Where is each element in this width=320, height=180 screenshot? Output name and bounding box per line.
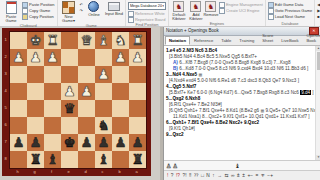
notation-scrollbar[interactable]: ▲ ▼ bbox=[315, 46, 320, 160]
white-pawn-icon: ♙ bbox=[172, 162, 177, 170]
white-knight: ♞ bbox=[114, 32, 126, 49]
scroll-up-icon[interactable]: ▲ bbox=[316, 46, 320, 51]
chessbase-window: Paste Game Paste Position Copy Game Copy… bbox=[0, 0, 320, 180]
square-a7[interactable]: ♟ bbox=[129, 134, 146, 151]
undo-icon: ↶ bbox=[80, 3, 83, 7]
rank-label-6: 6 bbox=[2, 116, 9, 133]
ribbon-toolbar: Paste Game Paste Position Copy Game Copy… bbox=[0, 0, 320, 27]
file-label-e: e bbox=[60, 169, 77, 175]
ribbon-group-game: New Game▾ ↶ ↷ Online Input Bind Game bbox=[58, 0, 126, 26]
next-game-icon bbox=[268, 14, 274, 20]
reference-white-option[interactable]: Reference White bbox=[128, 11, 166, 16]
tab-notation[interactable]: Notation bbox=[165, 36, 190, 45]
globe-icon bbox=[88, 1, 99, 12]
notation-pane: Notation + Openings Book ✕ NotationRefer… bbox=[163, 27, 320, 180]
edit-game-data-button[interactable]: Edit Game Data bbox=[268, 2, 312, 7]
online-button[interactable]: Online bbox=[85, 1, 103, 17]
redo-icon: ↷ bbox=[80, 9, 83, 13]
annotation-symbol-toolbar: !?!??!‼⁇□N↑→⇆∞⩲±+−=∓−+ bbox=[164, 170, 320, 180]
square-d5[interactable] bbox=[78, 100, 95, 117]
black-knight: ♞ bbox=[97, 117, 109, 134]
move-text[interactable]: 6...Kf8 7.Bxg8 (7.0-0 Qxe5 8.Bxg8 Kxg8 9… bbox=[178, 60, 291, 65]
white-pawn: ♟ bbox=[12, 49, 24, 66]
remove-kibitzer-button[interactable]: ♞ Remove bbox=[205, 1, 217, 17]
black-bishop: ♝ bbox=[97, 151, 109, 168]
black-pawn: ♟ bbox=[80, 134, 92, 151]
rank-label-2: 2 bbox=[2, 48, 9, 65]
file-label-a: a bbox=[128, 169, 145, 175]
white-rook: ♜ bbox=[46, 32, 58, 49]
square-e7[interactable]: ♚ bbox=[61, 134, 78, 151]
move-text[interactable]: 9.Qe5+ Qe7 10.Nxe5 Nxc2+ bbox=[264, 108, 316, 113]
tab-table[interactable]: Table bbox=[217, 36, 235, 45]
white-pawn-icon: ♙ bbox=[166, 162, 171, 170]
square-f7[interactable] bbox=[44, 134, 61, 151]
black-pawn: ♟ bbox=[114, 134, 126, 151]
database-group-label: Database bbox=[268, 21, 312, 26]
white-bishop: ♝ bbox=[97, 32, 109, 49]
diagram-marker-icon: ▦ bbox=[198, 72, 202, 77]
move-text[interactable]: [4.Nxd4 exd4 5.0-0 Nf6 6.Re1 d6 7.c3 dxc… bbox=[169, 78, 299, 83]
tab-openings-book[interactable]: Openings Book bbox=[303, 31, 320, 45]
tab-livebook[interactable]: LiveBook bbox=[277, 36, 302, 45]
engine-knight-icon: ♞ bbox=[190, 1, 201, 12]
annotation-symbol-button[interactable]: N bbox=[206, 172, 209, 180]
square-e6[interactable] bbox=[61, 117, 78, 134]
ribbon-group-clipboard: Paste Game Paste Position Copy Game Copy… bbox=[0, 0, 58, 26]
square-h8[interactable] bbox=[10, 151, 27, 168]
square-f2[interactable]: ♟ bbox=[44, 49, 61, 66]
square-d4[interactable]: ♟ bbox=[78, 83, 95, 100]
goto-previous-game-button[interactable]: Goto Previous Game bbox=[268, 8, 312, 13]
square-b5[interactable] bbox=[112, 100, 129, 117]
rank-labels: 12345678 bbox=[2, 31, 9, 167]
square-d6[interactable] bbox=[78, 117, 95, 134]
white-pawn: ♟ bbox=[46, 49, 58, 66]
square-e2[interactable] bbox=[61, 49, 78, 66]
move-text[interactable]: 1.e4 e5 2.Nf3 Nc6 3.Bc4 bbox=[166, 48, 217, 53]
engine-management-button[interactable]: Engine Management bbox=[219, 2, 263, 7]
white-king: ♚ bbox=[29, 32, 41, 49]
black-rook: ♜ bbox=[29, 151, 41, 168]
annotation-symbol-button[interactable]: = bbox=[255, 172, 258, 180]
rank-label-3: 3 bbox=[2, 65, 9, 82]
notation-pane-title: Notation + Openings Book bbox=[166, 27, 309, 35]
annotation-symbol-button[interactable]: ? bbox=[171, 172, 174, 180]
black-bishop: ♝ bbox=[46, 151, 58, 168]
move-text[interactable]: 5...Qxg2 6.Nxh8 bbox=[166, 96, 200, 101]
annotation-symbol-button[interactable]: +− bbox=[247, 172, 253, 180]
black-bishop-icon: ♝ bbox=[235, 163, 240, 169]
annotation-symbol-button[interactable]: ⩲ bbox=[237, 172, 240, 180]
square-e5[interactable]: ♛ bbox=[61, 100, 78, 117]
file-label-g: g bbox=[26, 169, 43, 175]
square-e8[interactable] bbox=[61, 151, 78, 168]
annotation-symbol-button[interactable]: ↑ bbox=[212, 172, 214, 180]
black-pawn: ♟ bbox=[131, 134, 143, 151]
engines-group-label: Engines bbox=[171, 21, 263, 26]
notation-line-15[interactable]: 9...Qxc2 bbox=[164, 132, 316, 138]
white-queen: ♛ bbox=[80, 32, 92, 49]
white-material-icons: ♙♙ bbox=[166, 162, 178, 170]
board-pane: 12345678 ♚♜♛♝♞♜♟♟♟♟♟♟♟♟♛♞♟♟♚♟♟♟♟♜♝♝♜ hgf… bbox=[0, 27, 160, 180]
annotation-symbol-button[interactable]: ?! bbox=[183, 172, 187, 180]
square-d8[interactable] bbox=[78, 151, 95, 168]
paste-game-label: Paste Game bbox=[2, 15, 20, 23]
square-d2[interactable] bbox=[78, 49, 95, 66]
square-h5[interactable] bbox=[10, 100, 27, 117]
square-f5[interactable] bbox=[44, 100, 61, 117]
square-h2[interactable]: ♟ bbox=[10, 49, 27, 66]
annotation-symbol-button[interactable]: ⇆ bbox=[224, 172, 228, 180]
input-bind-button[interactable]: Input Bind bbox=[105, 1, 123, 16]
undo-button[interactable]: ↶ bbox=[80, 2, 83, 7]
annotation-symbol-button[interactable]: −+ bbox=[267, 172, 273, 180]
square-h4[interactable] bbox=[10, 83, 27, 100]
file-label-h: h bbox=[9, 169, 26, 175]
file-labels: hgfedcba bbox=[9, 169, 147, 175]
square-f4[interactable] bbox=[44, 83, 61, 100]
copy-game-button[interactable]: Copy Game bbox=[22, 8, 55, 13]
file-label-b: b bbox=[111, 169, 128, 175]
annotation-symbol-button[interactable]: ± bbox=[242, 172, 245, 180]
annotation-symbol-button[interactable]: ∓ bbox=[261, 172, 265, 180]
square-h1[interactable] bbox=[10, 32, 27, 49]
board-frame: 12345678 ♚♜♛♝♞♜♟♟♟♟♟♟♟♟♛♞♟♟♚♟♟♟♟♜♝♝♜ hgf… bbox=[2, 28, 151, 176]
notation-move-list[interactable]: 1.e4 e5 2.Nf3 Nc6 3.Bc4[3.Bb5 Nd4 4.Bc4 … bbox=[164, 48, 316, 138]
square-b8[interactable] bbox=[112, 151, 129, 168]
move-text[interactable]: 11.Kd1 Nxa1) 8...Qxc2+ 9.Kf1 Qxf1+ 10.Qd… bbox=[173, 114, 310, 119]
square-d7[interactable]: ♟ bbox=[78, 134, 95, 151]
white-pawn: ♟ bbox=[114, 49, 126, 66]
tab-score-sheet[interactable]: Score Sheet bbox=[258, 31, 277, 45]
rank-label-5: 5 bbox=[2, 99, 9, 116]
move-text[interactable]: [9.Kf1 Qh1#] bbox=[169, 126, 195, 131]
square-a5[interactable] bbox=[129, 100, 146, 117]
material-balance-bar: ♙♙ ♝ bbox=[164, 160, 320, 170]
square-f8[interactable]: ♝ bbox=[44, 151, 61, 168]
annotation-symbol-button[interactable]: ∞ bbox=[231, 172, 234, 180]
black-pawn: ♟ bbox=[12, 134, 24, 151]
square-b3[interactable] bbox=[112, 66, 129, 83]
current-move[interactable]: 9.d4 bbox=[300, 90, 311, 95]
annotation-symbol-button[interactable]: ‼ bbox=[189, 172, 191, 180]
copy-position-icon bbox=[22, 14, 28, 20]
ribbon-group-database: Edit Game Data Goto Previous Game Load N… bbox=[266, 0, 315, 26]
square-c8[interactable]: ♝ bbox=[95, 151, 112, 168]
move-text[interactable]: [5.Bxf7+ Ke7 6.0-0 (6.Ng4 Kd7) 6...Qxe5 … bbox=[169, 90, 300, 95]
notation-pane-titlebar: Notation + Openings Book ✕ bbox=[164, 27, 320, 36]
chevron-down-icon: ▾ bbox=[162, 4, 164, 8]
square-a8[interactable]: ♜ bbox=[129, 151, 146, 168]
default-kibitzer-button[interactable]: ♞ Default Kibitzer bbox=[171, 1, 187, 21]
square-a1[interactable]: ♜ bbox=[129, 32, 146, 49]
square-d3[interactable] bbox=[78, 66, 95, 83]
history-icon: ■ bbox=[317, 15, 319, 19]
square-a2[interactable]: ♟ bbox=[129, 49, 146, 66]
board-grid: ♚♜♛♝♞♜♟♟♟♟♟♟♟♟♛♞♟♟♚♟♟♟♟♜♝♝♜ bbox=[9, 31, 147, 169]
tab-reference[interactable]: Reference bbox=[190, 36, 217, 45]
ribbon-group-find-position: Mega Database 2015 ▾ Reference White Rep… bbox=[126, 0, 169, 26]
square-g1[interactable]: ♚ bbox=[27, 32, 44, 49]
square-c3[interactable]: ♟ bbox=[95, 66, 112, 83]
annotation-symbol-button[interactable]: ! bbox=[167, 172, 168, 180]
square-g2[interactable]: ♟ bbox=[27, 49, 44, 66]
move-text[interactable]: 3...Nd4 4.Nxe5 bbox=[166, 72, 198, 77]
move-text[interactable]: [6.Qh5 Qxh1+ 7.Bf1 Qxe4+ 8.Kd1 (8.Be2 g6 bbox=[169, 108, 260, 113]
engine-knight-icon: ♞ bbox=[205, 1, 216, 12]
square-c4[interactable] bbox=[95, 83, 112, 100]
square-b2[interactable]: ♟ bbox=[112, 49, 129, 66]
square-f3[interactable] bbox=[44, 66, 61, 83]
black-king: ♚ bbox=[63, 134, 75, 151]
square-c7[interactable]: ♟ bbox=[95, 134, 112, 151]
square-d1[interactable]: ♛ bbox=[78, 32, 95, 49]
file-label-d: d bbox=[77, 169, 94, 175]
online-label: Online bbox=[88, 13, 100, 17]
paste-game-icon bbox=[6, 1, 17, 14]
paste-position-button[interactable]: Paste Position bbox=[22, 2, 55, 7]
ribbon-group-game-history: ◀ Back ▶ Forward ■ View Game History Gam… bbox=[315, 0, 320, 26]
new-game-button[interactable]: New Game▾ bbox=[60, 1, 78, 23]
square-c1[interactable]: ♝ bbox=[95, 32, 112, 49]
white-pawn: ♟ bbox=[131, 49, 143, 66]
square-f6[interactable] bbox=[44, 117, 61, 134]
reference-database-dropdown[interactable]: Mega Database 2015 ▾ bbox=[128, 2, 166, 10]
paste-game-button[interactable]: Paste Game bbox=[2, 1, 20, 23]
square-g3[interactable] bbox=[27, 66, 44, 83]
file-label-c: c bbox=[94, 169, 111, 175]
move-text[interactable]: ] bbox=[311, 90, 314, 95]
square-c6[interactable]: ♞ bbox=[95, 117, 112, 134]
move-text[interactable]: 9...Qxc2 bbox=[166, 132, 184, 137]
white-pawn: ♟ bbox=[29, 49, 41, 66]
redo-button[interactable]: ↷ bbox=[80, 8, 83, 13]
ribbon-group-engines: ♞ Default Kibitzer ♞ Add Kibitzer ♞ Remo… bbox=[169, 0, 266, 26]
square-e3[interactable] bbox=[61, 66, 78, 83]
white-pawn: ♟ bbox=[63, 83, 75, 100]
move-text[interactable]: 6...Kd8 7.0-0 Qxe5 8.c3 Nf6 9.cxd4 Bxd4 … bbox=[178, 66, 308, 71]
square-f1[interactable]: ♜ bbox=[44, 32, 61, 49]
square-c5[interactable] bbox=[95, 100, 112, 117]
move-text[interactable]: 4...Qg5 5.Nxf7 bbox=[166, 84, 196, 89]
annotation-symbol-button[interactable]: ⁇ bbox=[194, 172, 198, 180]
white-pawn: ♟ bbox=[80, 83, 92, 100]
square-h6[interactable] bbox=[10, 117, 27, 134]
square-a6[interactable] bbox=[129, 117, 146, 134]
annotation-symbol-button[interactable]: !? bbox=[176, 172, 180, 180]
move-text[interactable]: 6...Qxh1+ 7.Bf1 Qxe4+ 8.Be2 Nxc2+ 9.Qxc2 bbox=[166, 120, 259, 125]
move-text[interactable]: [3.Bb5 Nd4 4.Bc4 Bc5 5.Nxe5 Qg5 6.Bxf7+ bbox=[169, 54, 257, 59]
new-game-label: New Game bbox=[62, 14, 73, 23]
notation-body: 1.e4 e5 2.Nf3 Nc6 3.Bc4[3.Bb5 Nd4 4.Bc4 … bbox=[164, 46, 320, 160]
square-g6[interactable] bbox=[27, 117, 44, 134]
engine-page-icon bbox=[219, 8, 225, 14]
file-label-f: f bbox=[43, 169, 60, 175]
create-uci-engine-button[interactable]: Create UCI Engine bbox=[219, 8, 263, 13]
engine-knight-icon: ♞ bbox=[173, 1, 184, 12]
black-material-icons: ♝ bbox=[235, 162, 240, 170]
rank-label-4: 4 bbox=[2, 82, 9, 99]
load-next-game-button[interactable]: Load Next Game bbox=[268, 14, 312, 19]
square-a3[interactable] bbox=[129, 66, 146, 83]
input-bind-label: Input Bind bbox=[105, 12, 123, 16]
white-pawn: ♟ bbox=[97, 66, 109, 83]
keyboard-icon bbox=[108, 2, 120, 11]
square-g8[interactable]: ♜ bbox=[27, 151, 44, 168]
rank-label-1: 1 bbox=[2, 31, 9, 48]
black-pawn: ♟ bbox=[29, 134, 41, 151]
copy-position-button[interactable]: Copy Position bbox=[22, 14, 55, 19]
new-game-icon bbox=[62, 1, 75, 14]
square-b6[interactable] bbox=[112, 117, 129, 134]
rank-label-8: 8 bbox=[2, 150, 9, 167]
square-g7[interactable]: ♟ bbox=[27, 134, 44, 151]
square-b4[interactable] bbox=[112, 83, 129, 100]
square-c2[interactable] bbox=[95, 49, 112, 66]
square-b1[interactable]: ♞ bbox=[112, 32, 129, 49]
square-h7[interactable]: ♟ bbox=[10, 134, 27, 151]
square-b7[interactable]: ♟ bbox=[112, 134, 129, 151]
tab-training[interactable]: Training bbox=[235, 36, 258, 45]
square-e1[interactable] bbox=[61, 32, 78, 49]
square-a4[interactable] bbox=[129, 83, 146, 100]
annotation-symbol-button[interactable]: → bbox=[217, 172, 222, 180]
annotation-symbol-button[interactable]: □ bbox=[201, 172, 204, 180]
square-g4[interactable] bbox=[27, 83, 44, 100]
rank-label-7: 7 bbox=[2, 133, 9, 150]
add-kibitzer-button[interactable]: ♞ Add Kibitzer bbox=[189, 1, 203, 21]
square-g5[interactable] bbox=[27, 100, 44, 117]
square-e4[interactable]: ♟ bbox=[61, 83, 78, 100]
notation-tabs: NotationReferenceTableTrainingScore Shee… bbox=[164, 36, 320, 46]
black-queen: ♛ bbox=[63, 100, 75, 117]
white-rook: ♜ bbox=[131, 32, 143, 49]
black-pawn: ♟ bbox=[97, 134, 109, 151]
black-rook: ♜ bbox=[131, 151, 143, 168]
scrollbar-thumb[interactable] bbox=[317, 52, 320, 70]
move-text[interactable]: [6.Rf1 Qxe4+ 7.Be2 Nf3#] bbox=[169, 102, 222, 107]
square-h3[interactable] bbox=[10, 66, 27, 83]
